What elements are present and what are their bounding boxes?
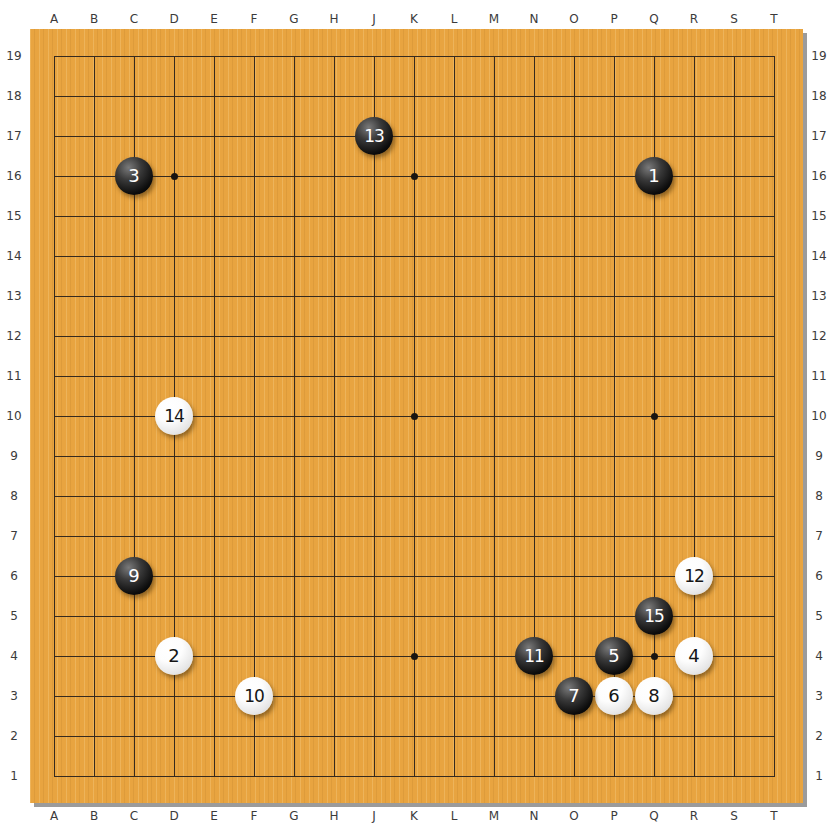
row-label-right-12: 12 — [811, 329, 826, 343]
move-number: 12 — [684, 568, 704, 585]
grid-horizontal-line — [54, 456, 775, 457]
column-label-top-o: O — [569, 12, 578, 26]
star-point-k10 — [411, 413, 418, 420]
column-label-top-d: D — [169, 12, 178, 26]
move-number: 11 — [524, 648, 544, 665]
grid-horizontal-line — [54, 536, 775, 537]
move-number: 1 — [648, 167, 659, 185]
column-label-top-b: B — [90, 12, 98, 26]
black-stone-7-o3[interactable]: 7 — [555, 677, 593, 715]
white-stone-6-p3[interactable]: 6 — [595, 677, 633, 715]
row-label-left-8: 8 — [10, 489, 18, 503]
column-label-top-r: R — [690, 12, 698, 26]
column-label-top-h: H — [329, 12, 338, 26]
white-stone-2-d4[interactable]: 2 — [155, 637, 193, 675]
row-label-left-10: 10 — [6, 409, 21, 423]
column-label-top-q: Q — [649, 12, 658, 26]
row-label-right-15: 15 — [811, 209, 826, 223]
black-stone-9-c6[interactable]: 9 — [115, 557, 153, 595]
black-stone-13-j17[interactable]: 13 — [355, 117, 393, 155]
column-label-top-f: F — [251, 12, 258, 26]
row-label-left-11: 11 — [6, 369, 21, 383]
row-label-left-7: 7 — [10, 529, 18, 543]
black-stone-11-n4[interactable]: 11 — [515, 637, 553, 675]
column-label-top-c: C — [130, 12, 138, 26]
row-label-right-19: 19 — [811, 49, 826, 63]
column-label-bottom-c: C — [130, 809, 138, 823]
column-label-bottom-p: P — [610, 809, 617, 823]
column-label-top-l: L — [451, 12, 458, 26]
column-label-bottom-j: J — [372, 809, 376, 823]
column-label-bottom-t: T — [770, 809, 777, 823]
row-label-right-10: 10 — [811, 409, 826, 423]
row-label-left-5: 5 — [10, 609, 18, 623]
column-label-bottom-o: O — [569, 809, 578, 823]
star-point-q4 — [651, 653, 658, 660]
row-label-right-4: 4 — [815, 649, 823, 663]
row-label-left-1: 1 — [10, 769, 18, 783]
star-point-k16 — [411, 173, 418, 180]
white-stone-14-d10[interactable]: 14 — [155, 397, 193, 435]
column-label-bottom-f: F — [251, 809, 258, 823]
move-number: 14 — [164, 408, 184, 425]
column-label-bottom-r: R — [690, 809, 698, 823]
white-stone-4-r4[interactable]: 4 — [675, 637, 713, 675]
row-label-left-15: 15 — [6, 209, 21, 223]
move-number: 13 — [364, 128, 384, 145]
column-label-top-g: G — [289, 12, 298, 26]
black-stone-1-q16[interactable]: 1 — [635, 157, 673, 195]
row-label-left-13: 13 — [6, 289, 21, 303]
row-label-left-9: 9 — [10, 449, 18, 463]
column-label-bottom-n: N — [530, 809, 539, 823]
white-stone-10-f3[interactable]: 10 — [235, 677, 273, 715]
grid-horizontal-line — [54, 776, 775, 777]
column-label-bottom-q: Q — [649, 809, 658, 823]
star-point-k4 — [411, 653, 418, 660]
white-stone-8-q3[interactable]: 8 — [635, 677, 673, 715]
row-label-left-17: 17 — [6, 129, 21, 143]
row-label-right-17: 17 — [811, 129, 826, 143]
move-number: 6 — [608, 687, 619, 705]
move-number: 10 — [244, 688, 264, 705]
row-label-right-2: 2 — [815, 729, 823, 743]
column-label-bottom-h: H — [329, 809, 338, 823]
row-label-left-16: 16 — [6, 169, 21, 183]
grid-horizontal-line — [54, 496, 775, 497]
row-label-left-2: 2 — [10, 729, 18, 743]
row-label-left-6: 6 — [10, 569, 18, 583]
move-number: 4 — [688, 647, 699, 665]
column-label-bottom-g: G — [289, 809, 298, 823]
go-diagram-page: 123456789101112131415 AABBCCDDEEFFGGHHJJ… — [0, 0, 835, 835]
white-stone-12-r6[interactable]: 12 — [675, 557, 713, 595]
row-label-left-4: 4 — [10, 649, 18, 663]
row-label-right-6: 6 — [815, 569, 823, 583]
black-stone-15-q5[interactable]: 15 — [635, 597, 673, 635]
row-label-right-16: 16 — [811, 169, 826, 183]
row-label-right-5: 5 — [815, 609, 823, 623]
column-label-top-a: A — [50, 12, 58, 26]
black-stone-5-p4[interactable]: 5 — [595, 637, 633, 675]
row-label-left-14: 14 — [6, 249, 21, 263]
row-label-right-13: 13 — [811, 289, 826, 303]
row-label-right-8: 8 — [815, 489, 823, 503]
row-label-right-14: 14 — [811, 249, 826, 263]
column-label-bottom-a: A — [50, 809, 58, 823]
move-number: 5 — [608, 647, 619, 665]
move-number: 3 — [128, 167, 139, 185]
row-label-left-18: 18 — [6, 89, 21, 103]
move-number: 8 — [648, 687, 659, 705]
column-label-bottom-s: S — [730, 809, 738, 823]
row-label-left-12: 12 — [6, 329, 21, 343]
grid-horizontal-line — [54, 576, 775, 577]
move-number: 9 — [128, 567, 139, 585]
row-label-right-11: 11 — [811, 369, 826, 383]
column-label-top-k: K — [410, 12, 418, 26]
row-label-right-18: 18 — [811, 89, 826, 103]
grid-vertical-line — [494, 56, 495, 777]
move-number: 2 — [168, 647, 179, 665]
column-label-bottom-e: E — [210, 809, 218, 823]
row-label-right-7: 7 — [815, 529, 823, 543]
column-label-top-p: P — [610, 12, 617, 26]
column-label-bottom-b: B — [90, 809, 98, 823]
column-label-top-j: J — [372, 12, 376, 26]
move-number: 15 — [644, 608, 664, 625]
column-label-bottom-k: K — [410, 809, 418, 823]
star-point-q10 — [651, 413, 658, 420]
star-point-d16 — [171, 173, 178, 180]
grid-vertical-line — [734, 56, 735, 777]
grid-vertical-line — [454, 56, 455, 777]
row-label-left-3: 3 — [10, 689, 18, 703]
column-label-top-s: S — [730, 12, 738, 26]
row-label-right-9: 9 — [815, 449, 823, 463]
move-number: 7 — [568, 687, 579, 705]
column-label-bottom-m: M — [489, 809, 499, 823]
column-label-top-n: N — [530, 12, 539, 26]
column-label-top-t: T — [770, 12, 777, 26]
column-label-bottom-l: L — [451, 809, 458, 823]
column-label-top-e: E — [210, 12, 218, 26]
row-label-right-3: 3 — [815, 689, 823, 703]
row-label-left-19: 19 — [6, 49, 21, 63]
black-stone-3-c16[interactable]: 3 — [115, 157, 153, 195]
column-label-bottom-d: D — [169, 809, 178, 823]
grid-horizontal-line — [54, 736, 775, 737]
grid-vertical-line — [774, 56, 775, 777]
go-board[interactable]: 123456789101112131415 — [30, 29, 803, 803]
grid-vertical-line — [574, 56, 575, 777]
row-label-right-1: 1 — [815, 769, 823, 783]
column-label-top-m: M — [489, 12, 499, 26]
